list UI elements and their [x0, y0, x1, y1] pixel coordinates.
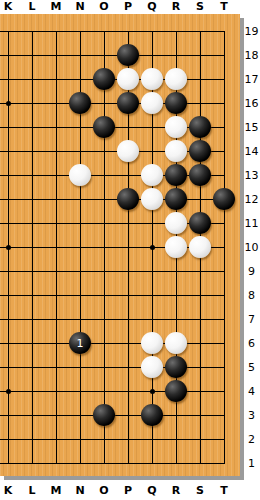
intersection-Q14[interactable] — [140, 139, 164, 163]
star-point-K10 — [6, 245, 11, 250]
intersection-P3[interactable] — [116, 403, 140, 427]
intersection-K18[interactable] — [0, 43, 20, 67]
intersection-K1[interactable] — [0, 451, 20, 475]
intersection-M19[interactable] — [44, 19, 68, 43]
intersection-L7[interactable] — [20, 307, 44, 331]
intersection-T7[interactable] — [212, 307, 236, 331]
intersection-Q6[interactable] — [140, 331, 164, 355]
row-label-6: 6 — [243, 337, 260, 350]
intersection-L13[interactable] — [20, 163, 44, 187]
intersection-S16[interactable] — [188, 91, 212, 115]
intersection-M5[interactable] — [44, 355, 68, 379]
intersection-S17[interactable] — [188, 67, 212, 91]
intersection-R8[interactable] — [164, 283, 188, 307]
row-label-19: 19 — [243, 25, 260, 38]
intersection-M4[interactable] — [44, 379, 68, 403]
row-label-8: 8 — [243, 289, 260, 302]
col-label-bottom-R: R — [172, 484, 180, 498]
col-label-top-N: N — [75, 0, 84, 14]
intersection-Q4[interactable] — [140, 379, 164, 403]
intersection-Q19[interactable] — [140, 19, 164, 43]
intersection-S6[interactable] — [188, 331, 212, 355]
intersection-N19[interactable] — [68, 19, 92, 43]
intersection-P13[interactable] — [116, 163, 140, 187]
intersection-Q18[interactable] — [140, 43, 164, 67]
black-stone-P16 — [117, 92, 139, 114]
intersection-P7[interactable] — [116, 307, 140, 331]
col-label-bottom-Q: Q — [147, 484, 156, 498]
intersection-M8[interactable] — [44, 283, 68, 307]
intersection-P1[interactable] — [116, 451, 140, 475]
white-stone-Q5 — [141, 356, 163, 378]
intersection-T3[interactable] — [212, 403, 236, 427]
black-stone-O3 — [93, 404, 115, 426]
intersection-P9[interactable] — [116, 259, 140, 283]
intersection-P19[interactable] — [116, 19, 140, 43]
intersection-S2[interactable] — [188, 427, 212, 451]
intersection-T15[interactable] — [212, 115, 236, 139]
col-label-bottom-O: O — [99, 484, 108, 498]
intersection-T19[interactable] — [212, 19, 236, 43]
black-stone-R5 — [165, 356, 187, 378]
intersection-O18[interactable] — [92, 43, 116, 67]
intersection-K2[interactable] — [0, 427, 20, 451]
star-point-K16 — [6, 101, 11, 106]
intersection-M9[interactable] — [44, 259, 68, 283]
white-stone-R6 — [165, 332, 187, 354]
white-stone-Q16 — [141, 92, 163, 114]
row-label-3: 3 — [243, 409, 260, 422]
intersection-S13[interactable] — [188, 163, 212, 187]
row-label-12: 12 — [243, 193, 260, 206]
intersection-L18[interactable] — [20, 43, 44, 67]
row-label-9: 9 — [243, 265, 260, 278]
row-label-15: 15 — [243, 121, 260, 134]
row-label-13: 13 — [243, 169, 260, 182]
star-point-K4 — [6, 389, 11, 394]
black-stone-R16 — [165, 92, 187, 114]
intersection-S18[interactable] — [188, 43, 212, 67]
col-label-top-R: R — [172, 0, 180, 14]
intersection-L17[interactable] — [20, 67, 44, 91]
intersection-N4[interactable] — [68, 379, 92, 403]
intersection-L8[interactable] — [20, 283, 44, 307]
white-stone-P17 — [117, 68, 139, 90]
col-label-bottom-N: N — [75, 484, 84, 498]
intersection-P17[interactable] — [116, 67, 140, 91]
intersection-M13[interactable] — [44, 163, 68, 187]
intersection-K4[interactable] — [0, 379, 20, 403]
black-stone-N16 — [69, 92, 91, 114]
intersection-T18[interactable] — [212, 43, 236, 67]
intersection-T9[interactable] — [212, 259, 236, 283]
intersection-O11[interactable] — [92, 211, 116, 235]
intersection-N14[interactable] — [68, 139, 92, 163]
intersection-R18[interactable] — [164, 43, 188, 67]
col-label-top-S: S — [196, 0, 204, 14]
black-stone-R4 — [165, 380, 187, 402]
intersection-Q1[interactable] — [140, 451, 164, 475]
intersection-R9[interactable] — [164, 259, 188, 283]
intersection-Q16[interactable] — [140, 91, 164, 115]
intersection-R15[interactable] — [164, 115, 188, 139]
intersection-S11[interactable] — [188, 211, 212, 235]
intersection-M12[interactable] — [44, 187, 68, 211]
row-label-16: 16 — [243, 97, 260, 110]
col-label-bottom-S: S — [196, 484, 204, 498]
intersection-S7[interactable] — [188, 307, 212, 331]
intersection-S8[interactable] — [188, 283, 212, 307]
intersection-O8[interactable] — [92, 283, 116, 307]
row-label-18: 18 — [243, 49, 260, 62]
intersection-M10[interactable] — [44, 235, 68, 259]
intersection-P18[interactable] — [116, 43, 140, 67]
intersection-O3[interactable] — [92, 403, 116, 427]
intersection-Q9[interactable] — [140, 259, 164, 283]
intersection-L4[interactable] — [20, 379, 44, 403]
intersection-L12[interactable] — [20, 187, 44, 211]
intersection-S12[interactable] — [188, 187, 212, 211]
star-point-Q4 — [150, 389, 155, 394]
intersection-M1[interactable] — [44, 451, 68, 475]
intersection-O13[interactable] — [92, 163, 116, 187]
intersection-O9[interactable] — [92, 259, 116, 283]
white-stone-P14 — [117, 140, 139, 162]
intersection-P12[interactable] — [116, 187, 140, 211]
intersection-K16[interactable] — [0, 91, 20, 115]
intersection-S4[interactable] — [188, 379, 212, 403]
black-stone-N6: 1 — [69, 332, 91, 354]
star-point-Q10 — [150, 245, 155, 250]
intersection-O4[interactable] — [92, 379, 116, 403]
intersection-N6[interactable]: 1 — [68, 331, 92, 355]
intersection-K3[interactable] — [0, 403, 20, 427]
intersection-O12[interactable] — [92, 187, 116, 211]
white-stone-R11 — [165, 212, 187, 234]
intersection-S10[interactable] — [188, 235, 212, 259]
row-label-1: 1 — [243, 457, 260, 470]
row-label-2: 2 — [243, 433, 260, 446]
intersection-O17[interactable] — [92, 67, 116, 91]
intersection-N1[interactable] — [68, 451, 92, 475]
intersection-N8[interactable] — [68, 283, 92, 307]
intersection-P10[interactable] — [116, 235, 140, 259]
intersection-N9[interactable] — [68, 259, 92, 283]
move-number-label: 1 — [77, 338, 84, 349]
intersection-M2[interactable] — [44, 427, 68, 451]
black-stone-S13 — [189, 164, 211, 186]
intersection-Q7[interactable] — [140, 307, 164, 331]
intersection-Q13[interactable] — [140, 163, 164, 187]
intersection-L2[interactable] — [20, 427, 44, 451]
intersection-T2[interactable] — [212, 427, 236, 451]
black-stone-O17 — [93, 68, 115, 90]
intersection-N11[interactable] — [68, 211, 92, 235]
intersection-L3[interactable] — [20, 403, 44, 427]
go-board-app: KLMNOPQRST 1 191817161514131211109876543… — [0, 0, 260, 500]
intersection-M7[interactable] — [44, 307, 68, 331]
row-label-17: 17 — [243, 73, 260, 86]
intersection-P5[interactable] — [116, 355, 140, 379]
intersection-M14[interactable] — [44, 139, 68, 163]
white-stone-R15 — [165, 116, 187, 138]
intersection-L5[interactable] — [20, 355, 44, 379]
intersection-N2[interactable] — [68, 427, 92, 451]
intersection-R7[interactable] — [164, 307, 188, 331]
intersection-N17[interactable] — [68, 67, 92, 91]
intersection-Q5[interactable] — [140, 355, 164, 379]
intersection-L15[interactable] — [20, 115, 44, 139]
intersection-K9[interactable] — [0, 259, 20, 283]
intersection-K8[interactable] — [0, 283, 20, 307]
intersection-P8[interactable] — [116, 283, 140, 307]
intersection-T1[interactable] — [212, 451, 236, 475]
intersection-L10[interactable] — [20, 235, 44, 259]
intersection-T17[interactable] — [212, 67, 236, 91]
row-label-4: 4 — [243, 385, 260, 398]
intersection-N10[interactable] — [68, 235, 92, 259]
board-grid: 1 — [0, 19, 236, 475]
intersection-O16[interactable] — [92, 91, 116, 115]
intersection-T6[interactable] — [212, 331, 236, 355]
intersection-S14[interactable] — [188, 139, 212, 163]
intersection-K15[interactable] — [0, 115, 20, 139]
intersection-R2[interactable] — [164, 427, 188, 451]
intersection-R5[interactable] — [164, 355, 188, 379]
intersection-O14[interactable] — [92, 139, 116, 163]
intersection-N5[interactable] — [68, 355, 92, 379]
col-label-top-K: K — [4, 0, 13, 14]
intersection-O19[interactable] — [92, 19, 116, 43]
white-stone-N13 — [69, 164, 91, 186]
intersection-R3[interactable] — [164, 403, 188, 427]
intersection-K6[interactable] — [0, 331, 20, 355]
intersection-P2[interactable] — [116, 427, 140, 451]
intersection-P11[interactable] — [116, 211, 140, 235]
black-stone-P18 — [117, 44, 139, 66]
intersection-P16[interactable] — [116, 91, 140, 115]
white-stone-Q17 — [141, 68, 163, 90]
intersection-S9[interactable] — [188, 259, 212, 283]
white-stone-R10 — [165, 236, 187, 258]
intersection-S1[interactable] — [188, 451, 212, 475]
col-label-top-M: M — [51, 0, 62, 14]
intersection-R6[interactable] — [164, 331, 188, 355]
col-label-top-O: O — [99, 0, 108, 14]
intersection-M16[interactable] — [44, 91, 68, 115]
intersection-T12[interactable] — [212, 187, 236, 211]
intersection-L11[interactable] — [20, 211, 44, 235]
intersection-S3[interactable] — [188, 403, 212, 427]
black-stone-S14 — [189, 140, 211, 162]
intersection-Q3[interactable] — [140, 403, 164, 427]
intersection-K17[interactable] — [0, 67, 20, 91]
intersection-N7[interactable] — [68, 307, 92, 331]
intersection-T14[interactable] — [212, 139, 236, 163]
intersection-T16[interactable] — [212, 91, 236, 115]
intersection-T13[interactable] — [212, 163, 236, 187]
intersection-O2[interactable] — [92, 427, 116, 451]
black-stone-S15 — [189, 116, 211, 138]
row-label-14: 14 — [243, 145, 260, 158]
white-stone-S10 — [189, 236, 211, 258]
intersection-N3[interactable] — [68, 403, 92, 427]
intersection-O15[interactable] — [92, 115, 116, 139]
white-stone-R17 — [165, 68, 187, 90]
intersection-S19[interactable] — [188, 19, 212, 43]
col-label-top-P: P — [124, 0, 132, 14]
intersection-R1[interactable] — [164, 451, 188, 475]
intersection-K12[interactable] — [0, 187, 20, 211]
intersection-Q17[interactable] — [140, 67, 164, 91]
intersection-T8[interactable] — [212, 283, 236, 307]
intersection-T11[interactable] — [212, 211, 236, 235]
intersection-L19[interactable] — [20, 19, 44, 43]
intersection-P4[interactable] — [116, 379, 140, 403]
black-stone-Q3 — [141, 404, 163, 426]
white-stone-Q13 — [141, 164, 163, 186]
intersection-O5[interactable] — [92, 355, 116, 379]
intersection-N12[interactable] — [68, 187, 92, 211]
intersection-K5[interactable] — [0, 355, 20, 379]
intersection-L1[interactable] — [20, 451, 44, 475]
black-stone-O15 — [93, 116, 115, 138]
intersection-T10[interactable] — [212, 235, 236, 259]
intersection-Q2[interactable] — [140, 427, 164, 451]
intersection-M18[interactable] — [44, 43, 68, 67]
intersection-Q12[interactable] — [140, 187, 164, 211]
white-stone-Q6 — [141, 332, 163, 354]
intersection-R10[interactable] — [164, 235, 188, 259]
black-stone-R12 — [165, 188, 187, 210]
intersection-K11[interactable] — [0, 211, 20, 235]
intersection-T5[interactable] — [212, 355, 236, 379]
intersection-P15[interactable] — [116, 115, 140, 139]
row-label-10: 10 — [243, 241, 260, 254]
row-label-5: 5 — [243, 361, 260, 374]
intersection-T4[interactable] — [212, 379, 236, 403]
intersection-K7[interactable] — [0, 307, 20, 331]
intersection-N16[interactable] — [68, 91, 92, 115]
col-label-bottom-P: P — [124, 484, 132, 498]
intersection-Q11[interactable] — [140, 211, 164, 235]
black-stone-R13 — [165, 164, 187, 186]
intersection-K19[interactable] — [0, 19, 20, 43]
row-label-7: 7 — [243, 313, 260, 326]
intersection-O1[interactable] — [92, 451, 116, 475]
col-label-top-L: L — [28, 0, 35, 14]
col-label-bottom-L: L — [28, 484, 35, 498]
go-board: 1 — [0, 14, 240, 476]
col-label-bottom-T: T — [220, 484, 228, 498]
intersection-R16[interactable] — [164, 91, 188, 115]
intersection-L14[interactable] — [20, 139, 44, 163]
col-label-bottom-K: K — [4, 484, 13, 498]
intersection-R17[interactable] — [164, 67, 188, 91]
intersection-M15[interactable] — [44, 115, 68, 139]
intersection-P6[interactable] — [116, 331, 140, 355]
intersection-K10[interactable] — [0, 235, 20, 259]
intersection-L9[interactable] — [20, 259, 44, 283]
intersection-O7[interactable] — [92, 307, 116, 331]
intersection-O10[interactable] — [92, 235, 116, 259]
intersection-R13[interactable] — [164, 163, 188, 187]
intersection-N15[interactable] — [68, 115, 92, 139]
intersection-S5[interactable] — [188, 355, 212, 379]
intersection-R4[interactable] — [164, 379, 188, 403]
intersection-S15[interactable] — [188, 115, 212, 139]
intersection-R19[interactable] — [164, 19, 188, 43]
black-stone-T12 — [213, 188, 235, 210]
col-label-top-Q: Q — [147, 0, 156, 14]
intersection-K13[interactable] — [0, 163, 20, 187]
intersection-K14[interactable] — [0, 139, 20, 163]
row-label-11: 11 — [243, 217, 260, 230]
white-stone-Q12 — [141, 188, 163, 210]
col-label-top-T: T — [220, 0, 228, 14]
intersection-M6[interactable] — [44, 331, 68, 355]
intersection-P14[interactable] — [116, 139, 140, 163]
white-stone-R14 — [165, 140, 187, 162]
col-label-bottom-M: M — [51, 484, 62, 498]
black-stone-P12 — [117, 188, 139, 210]
intersection-O6[interactable] — [92, 331, 116, 355]
intersection-M17[interactable] — [44, 67, 68, 91]
intersection-R11[interactable] — [164, 211, 188, 235]
intersection-L16[interactable] — [20, 91, 44, 115]
intersection-R12[interactable] — [164, 187, 188, 211]
intersection-M11[interactable] — [44, 211, 68, 235]
black-stone-S11 — [189, 212, 211, 234]
intersection-N13[interactable] — [68, 163, 92, 187]
intersection-Q15[interactable] — [140, 115, 164, 139]
intersection-R14[interactable] — [164, 139, 188, 163]
intersection-M3[interactable] — [44, 403, 68, 427]
intersection-Q8[interactable] — [140, 283, 164, 307]
intersection-L6[interactable] — [20, 331, 44, 355]
intersection-Q10[interactable] — [140, 235, 164, 259]
intersection-N18[interactable] — [68, 43, 92, 67]
